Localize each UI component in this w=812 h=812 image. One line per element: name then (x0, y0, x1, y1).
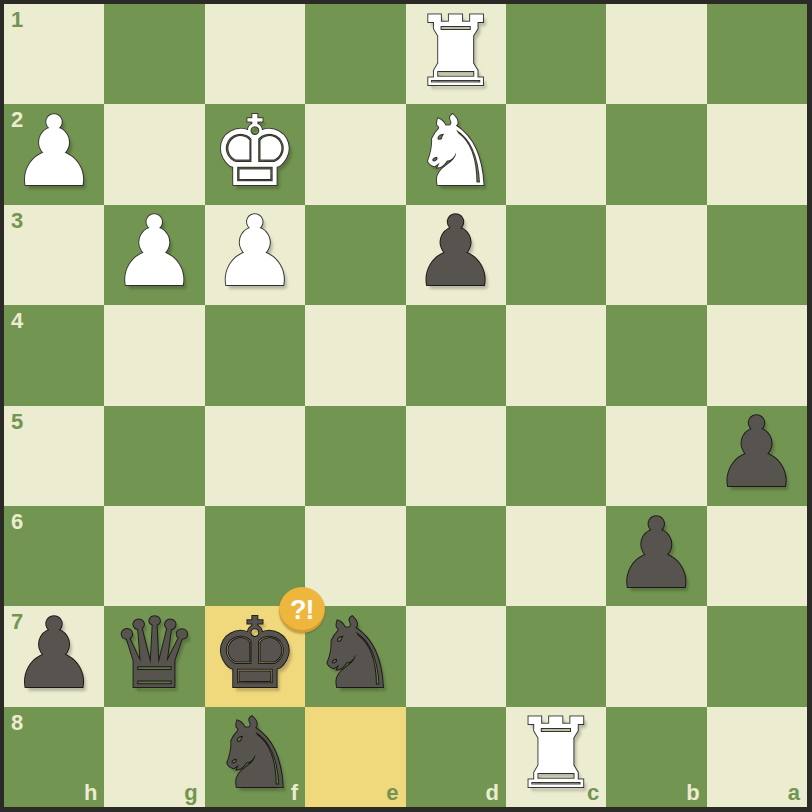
file-label-e: e (386, 782, 398, 804)
piece-black-knight[interactable]: ♞ (211, 705, 298, 802)
piece-black-pawn[interactable]: ♟ (713, 404, 800, 501)
square-c3[interactable] (506, 205, 606, 305)
piece-white-knight[interactable]: ♞ (412, 103, 499, 200)
square-d3[interactable]: ♟ (406, 205, 506, 305)
square-b8[interactable]: b (606, 707, 706, 807)
square-a6[interactable] (707, 506, 807, 606)
chess-board-frame: 1♜2♟♚♞3♟♟♟45♟6♟7♟♛♚?!♞8hgf♞edc♜ba (0, 0, 812, 812)
piece-white-king[interactable]: ♚ (211, 103, 298, 200)
square-b4[interactable] (606, 305, 706, 405)
rank-label-5: 5 (11, 411, 23, 433)
rank-label-8: 8 (11, 712, 23, 734)
square-c8[interactable]: c♜ (506, 707, 606, 807)
piece-black-queen[interactable]: ♛ (111, 605, 198, 702)
rank-label-6: 6 (11, 511, 23, 533)
square-f7[interactable]: ♚?! (205, 606, 305, 706)
square-d7[interactable] (406, 606, 506, 706)
square-h4[interactable]: 4 (4, 305, 104, 405)
square-a4[interactable] (707, 305, 807, 405)
square-h8[interactable]: 8h (4, 707, 104, 807)
square-h7[interactable]: 7♟ (4, 606, 104, 706)
square-d1[interactable]: ♜ (406, 4, 506, 104)
square-c2[interactable] (506, 104, 606, 204)
file-label-b: b (686, 782, 699, 804)
square-h5[interactable]: 5 (4, 406, 104, 506)
square-e1[interactable] (305, 4, 405, 104)
square-h2[interactable]: 2♟ (4, 104, 104, 204)
square-d8[interactable]: d (406, 707, 506, 807)
square-d5[interactable] (406, 406, 506, 506)
square-e3[interactable] (305, 205, 405, 305)
square-a1[interactable] (707, 4, 807, 104)
piece-white-pawn[interactable]: ♟ (111, 203, 198, 300)
square-h3[interactable]: 3 (4, 205, 104, 305)
square-f8[interactable]: f♞ (205, 707, 305, 807)
move-annotation-badge: ?! (279, 587, 325, 633)
square-h6[interactable]: 6 (4, 506, 104, 606)
square-c5[interactable] (506, 406, 606, 506)
square-a2[interactable] (707, 104, 807, 204)
piece-black-pawn[interactable]: ♟ (613, 505, 700, 602)
square-d2[interactable]: ♞ (406, 104, 506, 204)
square-a3[interactable] (707, 205, 807, 305)
square-g1[interactable] (104, 4, 204, 104)
piece-white-rook[interactable]: ♜ (513, 705, 600, 802)
square-c7[interactable] (506, 606, 606, 706)
square-e8[interactable]: e (305, 707, 405, 807)
square-b7[interactable] (606, 606, 706, 706)
square-h1[interactable]: 1 (4, 4, 104, 104)
square-e2[interactable] (305, 104, 405, 204)
square-f2[interactable]: ♚ (205, 104, 305, 204)
square-c1[interactable] (506, 4, 606, 104)
rank-label-3: 3 (11, 210, 23, 232)
square-f3[interactable]: ♟ (205, 205, 305, 305)
rank-label-4: 4 (11, 310, 23, 332)
square-c6[interactable] (506, 506, 606, 606)
square-c4[interactable] (506, 305, 606, 405)
square-b5[interactable] (606, 406, 706, 506)
square-b6[interactable]: ♟ (606, 506, 706, 606)
chess-board: 1♜2♟♚♞3♟♟♟45♟6♟7♟♛♚?!♞8hgf♞edc♜ba (4, 4, 807, 807)
square-f4[interactable] (205, 305, 305, 405)
square-g7[interactable]: ♛ (104, 606, 204, 706)
piece-black-pawn[interactable]: ♟ (412, 203, 499, 300)
square-d6[interactable] (406, 506, 506, 606)
square-b3[interactable] (606, 205, 706, 305)
square-a5[interactable]: ♟ (707, 406, 807, 506)
square-f1[interactable] (205, 4, 305, 104)
piece-black-knight[interactable]: ♞ (312, 605, 399, 702)
square-d4[interactable] (406, 305, 506, 405)
square-g6[interactable] (104, 506, 204, 606)
piece-white-pawn[interactable]: ♟ (11, 103, 98, 200)
piece-white-pawn[interactable]: ♟ (211, 203, 298, 300)
piece-black-pawn[interactable]: ♟ (11, 605, 98, 702)
square-g4[interactable] (104, 305, 204, 405)
piece-white-rook[interactable]: ♜ (412, 3, 499, 100)
file-label-d: d (485, 782, 498, 804)
square-f5[interactable] (205, 406, 305, 506)
file-label-a: a (788, 782, 800, 804)
file-label-h: h (84, 782, 97, 804)
square-g2[interactable] (104, 104, 204, 204)
square-e5[interactable] (305, 406, 405, 506)
file-label-g: g (184, 782, 197, 804)
square-b1[interactable] (606, 4, 706, 104)
square-e6[interactable] (305, 506, 405, 606)
square-g5[interactable] (104, 406, 204, 506)
square-g3[interactable]: ♟ (104, 205, 204, 305)
square-a8[interactable]: a (707, 707, 807, 807)
square-e4[interactable] (305, 305, 405, 405)
rank-label-1: 1 (11, 9, 23, 31)
square-a7[interactable] (707, 606, 807, 706)
square-b2[interactable] (606, 104, 706, 204)
square-g8[interactable]: g (104, 707, 204, 807)
